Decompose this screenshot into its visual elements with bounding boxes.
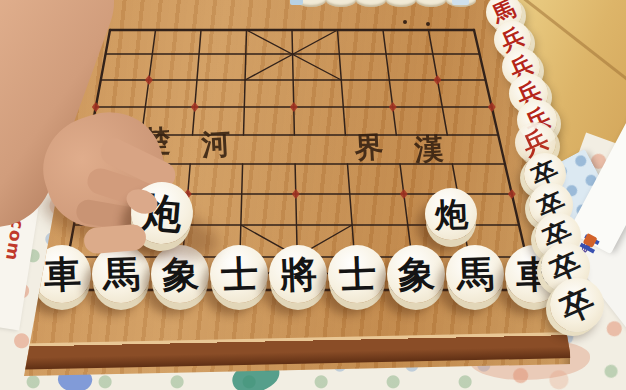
piece-black-horse-right[interactable]: 馬 (446, 245, 504, 303)
video-frame: Lea How 楚 河 界 漢 (0, 0, 626, 390)
piece-black-advisor-left[interactable]: 士 (210, 245, 268, 303)
blue-box-sliver (452, 0, 469, 5)
river-char-he: 河 (197, 126, 235, 164)
edge-piece-black-soldier-5[interactable]: 卒 (550, 278, 604, 332)
piece-black-advisor-right[interactable]: 士 (328, 245, 386, 303)
piece-black-cannon-right[interactable]: 炮 (425, 188, 477, 240)
piece-black-elephant-right[interactable]: 象 (387, 245, 445, 303)
river-char-han: 漢 (410, 131, 448, 169)
piece-black-general[interactable]: 將 (269, 245, 327, 303)
river-char-jie: 界 (350, 129, 388, 167)
blue-box-sliver (290, 0, 303, 5)
